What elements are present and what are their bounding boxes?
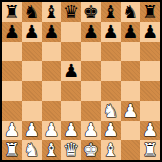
square-e4[interactable] <box>81 81 101 101</box>
square-f6[interactable] <box>101 42 121 62</box>
square-d5[interactable]: ♟ <box>61 61 81 81</box>
square-d4[interactable] <box>61 81 81 101</box>
square-c5[interactable] <box>42 61 62 81</box>
square-c7[interactable]: ♟ <box>42 22 62 42</box>
piece-black-queen[interactable]: ♛ <box>63 3 79 21</box>
square-e3[interactable] <box>81 101 101 121</box>
square-b6[interactable] <box>22 42 42 62</box>
chess-board: ♜♞♝♛♚♝♞♜♟♟♟♟♟♟♟♟♞♟♟♟♟♟♟♟♟♜♞♝♛♚♝♜ <box>0 0 162 162</box>
piece-white-pawn[interactable]: ♟ <box>24 121 40 139</box>
piece-black-rook[interactable]: ♜ <box>4 3 20 21</box>
square-d1[interactable]: ♛ <box>61 140 81 160</box>
square-g5[interactable] <box>121 61 141 81</box>
square-e6[interactable] <box>81 42 101 62</box>
piece-black-pawn[interactable]: ♟ <box>122 23 138 41</box>
square-f8[interactable]: ♝ <box>101 2 121 22</box>
square-f2[interactable]: ♟ <box>101 121 121 141</box>
square-b7[interactable]: ♟ <box>22 22 42 42</box>
square-a3[interactable] <box>2 101 22 121</box>
square-f7[interactable]: ♟ <box>101 22 121 42</box>
square-b3[interactable] <box>22 101 42 121</box>
square-e2[interactable]: ♟ <box>81 121 101 141</box>
piece-white-bishop[interactable]: ♝ <box>103 141 119 159</box>
piece-white-rook[interactable]: ♜ <box>142 141 158 159</box>
square-h8[interactable]: ♜ <box>140 2 160 22</box>
piece-white-pawn[interactable]: ♟ <box>4 121 20 139</box>
square-g1[interactable] <box>121 140 141 160</box>
square-c8[interactable]: ♝ <box>42 2 62 22</box>
square-h2[interactable]: ♟ <box>140 121 160 141</box>
square-d3[interactable] <box>61 101 81 121</box>
piece-black-knight[interactable]: ♞ <box>122 3 138 21</box>
piece-black-rook[interactable]: ♜ <box>142 3 158 21</box>
square-h4[interactable] <box>140 81 160 101</box>
piece-white-rook[interactable]: ♜ <box>4 141 20 159</box>
piece-black-pawn[interactable]: ♟ <box>83 23 99 41</box>
square-d8[interactable]: ♛ <box>61 2 81 22</box>
piece-black-pawn[interactable]: ♟ <box>103 23 119 41</box>
piece-white-pawn[interactable]: ♟ <box>63 121 79 139</box>
square-d6[interactable] <box>61 42 81 62</box>
square-b4[interactable] <box>22 81 42 101</box>
square-h5[interactable] <box>140 61 160 81</box>
square-a8[interactable]: ♜ <box>2 2 22 22</box>
square-g6[interactable] <box>121 42 141 62</box>
piece-white-bishop[interactable]: ♝ <box>43 141 59 159</box>
square-c2[interactable]: ♟ <box>42 121 62 141</box>
square-b1[interactable]: ♞ <box>22 140 42 160</box>
piece-white-pawn[interactable]: ♟ <box>142 121 158 139</box>
piece-white-queen[interactable]: ♛ <box>63 141 79 159</box>
piece-white-pawn[interactable]: ♟ <box>43 121 59 139</box>
square-e7[interactable]: ♟ <box>81 22 101 42</box>
square-d7[interactable] <box>61 22 81 42</box>
square-h7[interactable]: ♟ <box>140 22 160 42</box>
square-g2[interactable] <box>121 121 141 141</box>
square-a5[interactable] <box>2 61 22 81</box>
square-a1[interactable]: ♜ <box>2 140 22 160</box>
square-a4[interactable] <box>2 81 22 101</box>
square-a7[interactable]: ♟ <box>2 22 22 42</box>
square-e5[interactable] <box>81 61 101 81</box>
square-c6[interactable] <box>42 42 62 62</box>
piece-black-pawn[interactable]: ♟ <box>142 23 158 41</box>
piece-white-knight[interactable]: ♞ <box>24 141 40 159</box>
piece-white-king[interactable]: ♚ <box>83 141 99 159</box>
square-f5[interactable] <box>101 61 121 81</box>
square-e8[interactable]: ♚ <box>81 2 101 22</box>
piece-black-bishop[interactable]: ♝ <box>103 3 119 21</box>
square-c4[interactable] <box>42 81 62 101</box>
piece-white-knight[interactable]: ♞ <box>103 102 119 120</box>
square-h6[interactable] <box>140 42 160 62</box>
piece-black-king[interactable]: ♚ <box>83 3 99 21</box>
square-f3[interactable]: ♞ <box>101 101 121 121</box>
piece-black-pawn[interactable]: ♟ <box>24 23 40 41</box>
square-h1[interactable]: ♜ <box>140 140 160 160</box>
square-e1[interactable]: ♚ <box>81 140 101 160</box>
piece-white-pawn[interactable]: ♟ <box>122 102 138 120</box>
square-h3[interactable] <box>140 101 160 121</box>
square-c1[interactable]: ♝ <box>42 140 62 160</box>
square-a6[interactable] <box>2 42 22 62</box>
piece-white-pawn[interactable]: ♟ <box>103 121 119 139</box>
square-a2[interactable]: ♟ <box>2 121 22 141</box>
square-g4[interactable] <box>121 81 141 101</box>
square-b5[interactable] <box>22 61 42 81</box>
piece-black-pawn[interactable]: ♟ <box>4 23 20 41</box>
piece-white-pawn[interactable]: ♟ <box>83 121 99 139</box>
piece-black-pawn[interactable]: ♟ <box>63 62 79 80</box>
square-b8[interactable]: ♞ <box>22 2 42 22</box>
square-g3[interactable]: ♟ <box>121 101 141 121</box>
piece-black-knight[interactable]: ♞ <box>24 3 40 21</box>
square-c3[interactable] <box>42 101 62 121</box>
square-f4[interactable] <box>101 81 121 101</box>
square-b2[interactable]: ♟ <box>22 121 42 141</box>
square-d2[interactable]: ♟ <box>61 121 81 141</box>
square-g7[interactable]: ♟ <box>121 22 141 42</box>
piece-black-bishop[interactable]: ♝ <box>43 3 59 21</box>
square-f1[interactable]: ♝ <box>101 140 121 160</box>
piece-black-pawn[interactable]: ♟ <box>43 23 59 41</box>
square-g8[interactable]: ♞ <box>121 2 141 22</box>
